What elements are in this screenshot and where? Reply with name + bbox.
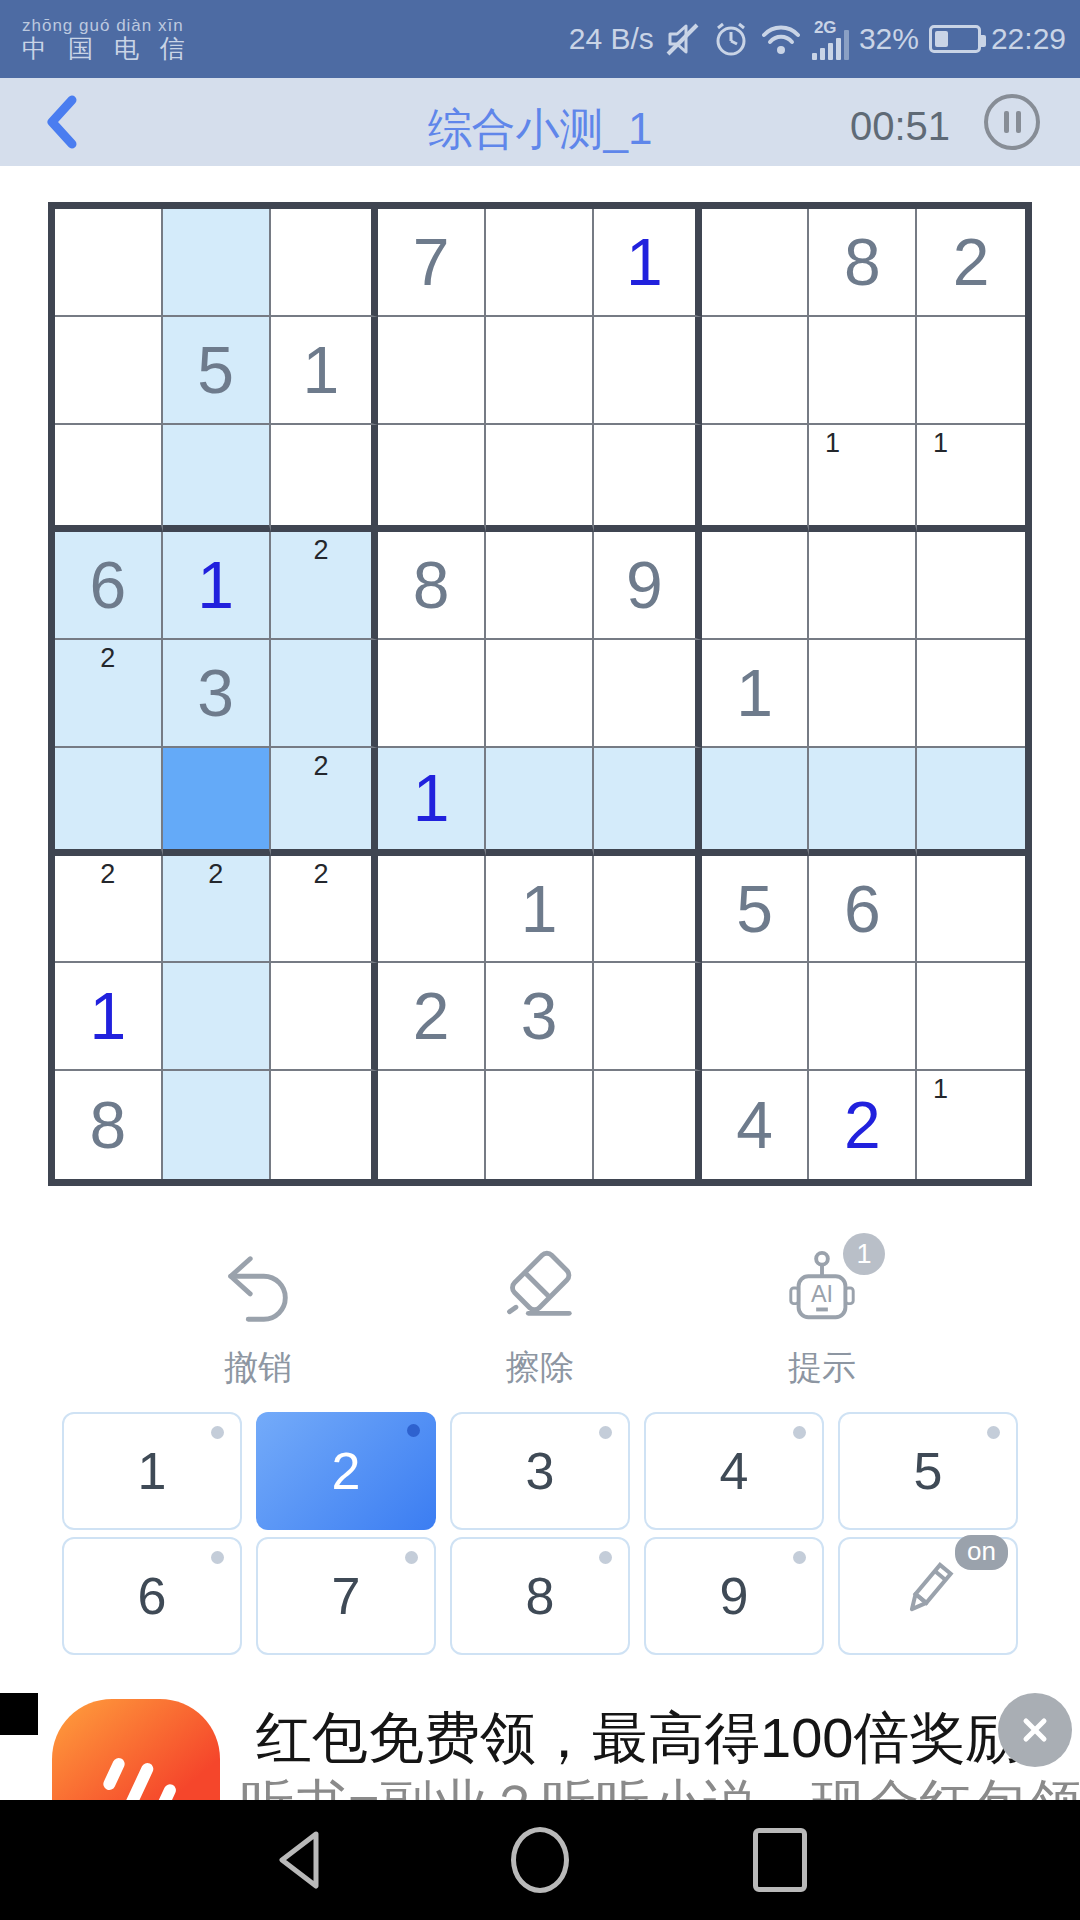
cell-r4c4[interactable]: 8 bbox=[378, 532, 486, 640]
hint-badge: 1 bbox=[843, 1233, 885, 1275]
cell-r9c4[interactable] bbox=[378, 1071, 486, 1179]
user-digit: 1 bbox=[413, 765, 450, 831]
cell-r1c8[interactable]: 8 bbox=[809, 209, 917, 317]
status-bar: zhōng guó diàn xīn 中 国 电 信 24 B/s bbox=[0, 0, 1080, 78]
cell-r3c6[interactable] bbox=[594, 425, 702, 533]
cell-r2c8[interactable] bbox=[809, 317, 917, 425]
cell-r4c5[interactable] bbox=[486, 532, 594, 640]
cell-r6c7[interactable] bbox=[702, 748, 810, 856]
cell-r1c6[interactable]: 1 bbox=[594, 209, 702, 317]
user-digit: 1 bbox=[197, 552, 234, 618]
cell-r4c7[interactable] bbox=[702, 532, 810, 640]
cell-r5c7[interactable]: 1 bbox=[702, 640, 810, 748]
given-digit: 7 bbox=[413, 229, 450, 295]
cell-r3c1[interactable] bbox=[55, 425, 163, 533]
cell-r9c6[interactable] bbox=[594, 1071, 702, 1179]
sudoku-board: 7182511161289231212221561238421 bbox=[48, 202, 1032, 1186]
given-digit: 8 bbox=[90, 1092, 127, 1158]
hint-button[interactable]: AI 1 提示 bbox=[757, 1245, 887, 1410]
key-1[interactable]: 1 bbox=[62, 1412, 242, 1530]
key-count-dot bbox=[407, 1424, 420, 1437]
cell-r3c8[interactable]: 1 bbox=[809, 425, 917, 533]
cell-r1c3[interactable] bbox=[271, 209, 379, 317]
cell-r3c4[interactable] bbox=[378, 425, 486, 533]
eraser-icon bbox=[501, 1245, 579, 1331]
cell-r6c5[interactable] bbox=[486, 748, 594, 856]
pencil-marks: 1 bbox=[925, 1075, 1017, 1175]
cell-r7c7[interactable]: 5 bbox=[702, 856, 810, 964]
cell-r2c9[interactable] bbox=[917, 317, 1025, 425]
cell-r8c2[interactable] bbox=[163, 963, 271, 1071]
given-digit: 6 bbox=[844, 876, 881, 942]
cell-r5c2[interactable]: 3 bbox=[163, 640, 271, 748]
header: 综合小测_1 00:51 bbox=[0, 78, 1080, 166]
cell-r6c3[interactable]: 2 bbox=[271, 748, 379, 856]
cell-r5c8[interactable] bbox=[809, 640, 917, 748]
cell-r4c6[interactable]: 9 bbox=[594, 532, 702, 640]
key-3[interactable]: 3 bbox=[450, 1412, 630, 1530]
cell-r9c2[interactable] bbox=[163, 1071, 271, 1179]
timer: 00:51 bbox=[850, 104, 950, 149]
battery-icon bbox=[929, 25, 981, 53]
cell-r1c7[interactable] bbox=[702, 209, 810, 317]
cell-r6c4[interactable]: 1 bbox=[378, 748, 486, 856]
pencil-marks: 2 bbox=[279, 752, 364, 845]
given-digit: 3 bbox=[521, 983, 558, 1049]
nav-home-button[interactable] bbox=[480, 1800, 600, 1920]
pencil-marks: 2 bbox=[279, 536, 364, 634]
cell-r9c8[interactable]: 2 bbox=[809, 1071, 917, 1179]
pencil-mode-button[interactable]: on bbox=[838, 1537, 1018, 1655]
pencil-marks: 1 bbox=[817, 429, 907, 522]
cell-r5c9[interactable] bbox=[917, 640, 1025, 748]
cell-r2c7[interactable] bbox=[702, 317, 810, 425]
given-digit: 5 bbox=[197, 337, 234, 403]
cell-r7c6[interactable] bbox=[594, 856, 702, 964]
cell-r3c5[interactable] bbox=[486, 425, 594, 533]
cell-r7c8[interactable]: 6 bbox=[809, 856, 917, 964]
key-4[interactable]: 4 bbox=[644, 1412, 824, 1530]
given-digit: 2 bbox=[953, 229, 990, 295]
key-count-dot bbox=[211, 1426, 224, 1439]
key-2[interactable]: 2 bbox=[256, 1412, 436, 1530]
key-9[interactable]: 9 bbox=[644, 1537, 824, 1655]
ad-banner[interactable]: 红包免费领，最高得100倍奖励 听书=副业？听听小说，现金红包领到爽， bbox=[0, 1693, 1080, 1800]
pencil-marks: 2 bbox=[171, 860, 261, 958]
hint-label: 提示 bbox=[788, 1345, 856, 1391]
wifi-icon bbox=[760, 21, 802, 57]
key-count-dot bbox=[987, 1426, 1000, 1439]
given-digit: 2 bbox=[413, 983, 450, 1049]
erase-button[interactable]: 擦除 bbox=[475, 1245, 605, 1410]
cell-r6c9[interactable] bbox=[917, 748, 1025, 856]
cell-r9c5[interactable] bbox=[486, 1071, 594, 1179]
cell-r2c4[interactable] bbox=[378, 317, 486, 425]
cell-r1c5[interactable] bbox=[486, 209, 594, 317]
nav-recents-button[interactable] bbox=[720, 1800, 840, 1920]
keypad-row-2: 6789on bbox=[62, 1537, 1018, 1655]
cell-r6c8[interactable] bbox=[809, 748, 917, 856]
user-digit: 1 bbox=[90, 983, 127, 1049]
pencil-marks: 2 bbox=[279, 860, 364, 958]
key-8[interactable]: 8 bbox=[450, 1537, 630, 1655]
svg-text:AI: AI bbox=[811, 1281, 833, 1307]
key-count-dot bbox=[793, 1426, 806, 1439]
cell-r9c3[interactable] bbox=[271, 1071, 379, 1179]
key-count-dot bbox=[405, 1551, 418, 1564]
cell-r6c1[interactable] bbox=[55, 748, 163, 856]
signal-bars-icon: 2G bbox=[812, 19, 849, 60]
cell-r5c4[interactable] bbox=[378, 640, 486, 748]
cell-r3c2[interactable] bbox=[163, 425, 271, 533]
cell-r8c1[interactable]: 1 bbox=[55, 963, 163, 1071]
cell-r2c2[interactable]: 5 bbox=[163, 317, 271, 425]
close-icon[interactable] bbox=[998, 1693, 1072, 1767]
pencil-marks: 2 bbox=[63, 644, 153, 742]
pencil-on-badge: on bbox=[955, 1535, 1008, 1570]
alarm-icon bbox=[712, 20, 750, 58]
undo-button[interactable]: 撤销 bbox=[193, 1245, 323, 1410]
key-count-dot bbox=[793, 1551, 806, 1564]
toolbar: 撤销 擦除 AI 1 bbox=[0, 1245, 1080, 1410]
cell-r5c5[interactable] bbox=[486, 640, 594, 748]
cell-r6c6[interactable] bbox=[594, 748, 702, 856]
cell-r2c3[interactable]: 1 bbox=[271, 317, 379, 425]
given-digit: 1 bbox=[736, 660, 773, 726]
cell-r4c3[interactable]: 2 bbox=[271, 532, 379, 640]
cell-r1c1[interactable] bbox=[55, 209, 163, 317]
cell-r4c9[interactable] bbox=[917, 532, 1025, 640]
cell-r7c9[interactable] bbox=[917, 856, 1025, 964]
cell-r3c7[interactable] bbox=[702, 425, 810, 533]
cell-r5c3[interactable] bbox=[271, 640, 379, 748]
cell-r2c6[interactable] bbox=[594, 317, 702, 425]
pencil-marks: 2 bbox=[63, 860, 153, 958]
cell-r4c1[interactable]: 6 bbox=[55, 532, 163, 640]
android-nav-bar bbox=[0, 1800, 1080, 1920]
key-count-dot bbox=[211, 1551, 224, 1564]
user-digit: 2 bbox=[844, 1092, 881, 1158]
given-digit: 1 bbox=[303, 337, 340, 403]
undo-icon bbox=[219, 1245, 297, 1331]
cell-r4c2[interactable]: 1 bbox=[163, 532, 271, 640]
ad-subline: 听书=副业？听听小说，现金红包领到爽， bbox=[240, 1769, 1080, 1800]
given-digit: 6 bbox=[90, 552, 127, 618]
clock: 22:29 bbox=[991, 22, 1066, 56]
given-digit: 1 bbox=[521, 876, 558, 942]
cell-r7c5[interactable]: 1 bbox=[486, 856, 594, 964]
cell-r9c7[interactable]: 4 bbox=[702, 1071, 810, 1179]
cell-r2c1[interactable] bbox=[55, 317, 163, 425]
given-digit: 9 bbox=[626, 552, 663, 618]
cell-r9c9[interactable]: 1 bbox=[917, 1071, 1025, 1179]
cell-r4c8[interactable] bbox=[809, 532, 917, 640]
user-digit: 1 bbox=[626, 229, 663, 295]
given-digit: 8 bbox=[844, 229, 881, 295]
cell-r8c5[interactable]: 3 bbox=[486, 963, 594, 1071]
cell-r3c9[interactable]: 1 bbox=[917, 425, 1025, 533]
mute-icon bbox=[664, 20, 702, 58]
cell-r1c2[interactable] bbox=[163, 209, 271, 317]
pause-button[interactable] bbox=[984, 94, 1040, 150]
ad-headline: 红包免费领，最高得100倍奖励 bbox=[256, 1701, 1021, 1777]
key-count-dot bbox=[599, 1551, 612, 1564]
cell-r5c1[interactable]: 2 bbox=[55, 640, 163, 748]
cell-r1c4[interactable]: 7 bbox=[378, 209, 486, 317]
cell-r8c9[interactable] bbox=[917, 963, 1025, 1071]
pencil-icon bbox=[897, 1559, 959, 1633]
battery-percent: 32% bbox=[859, 22, 919, 56]
cell-r7c4[interactable] bbox=[378, 856, 486, 964]
cell-r8c3[interactable] bbox=[271, 963, 379, 1071]
carrier-label: zhōng guó diàn xīn 中 国 电 信 bbox=[22, 17, 192, 61]
keypad-row-1: 12345 bbox=[62, 1412, 1018, 1530]
cell-r7c2[interactable]: 2 bbox=[163, 856, 271, 964]
given-digit: 3 bbox=[197, 660, 234, 726]
key-6[interactable]: 6 bbox=[62, 1537, 242, 1655]
cell-r2c5[interactable] bbox=[486, 317, 594, 425]
key-5[interactable]: 5 bbox=[838, 1412, 1018, 1530]
nav-back-button[interactable] bbox=[240, 1800, 360, 1920]
key-7[interactable]: 7 bbox=[256, 1537, 436, 1655]
given-digit: 8 bbox=[413, 552, 450, 618]
cell-r1c9[interactable]: 2 bbox=[917, 209, 1025, 317]
cell-r3c3[interactable] bbox=[271, 425, 379, 533]
undo-label: 撤销 bbox=[224, 1345, 292, 1391]
given-digit: 4 bbox=[736, 1092, 773, 1158]
cell-r7c1[interactable]: 2 bbox=[55, 856, 163, 964]
key-count-dot bbox=[599, 1426, 612, 1439]
ad-corner-block bbox=[0, 1693, 38, 1735]
cell-r8c4[interactable]: 2 bbox=[378, 963, 486, 1071]
erase-label: 擦除 bbox=[506, 1345, 574, 1391]
given-digit: 5 bbox=[736, 876, 773, 942]
cell-r8c6[interactable] bbox=[594, 963, 702, 1071]
cell-r8c8[interactable] bbox=[809, 963, 917, 1071]
ad-app-icon bbox=[52, 1699, 220, 1800]
cell-r8c7[interactable] bbox=[702, 963, 810, 1071]
cell-r7c3[interactable]: 2 bbox=[271, 856, 379, 964]
cell-r5c6[interactable] bbox=[594, 640, 702, 748]
cell-r6c2[interactable] bbox=[163, 748, 271, 856]
net-speed: 24 B/s bbox=[569, 22, 654, 56]
cell-r9c1[interactable]: 8 bbox=[55, 1071, 163, 1179]
pencil-marks: 1 bbox=[925, 429, 1017, 522]
